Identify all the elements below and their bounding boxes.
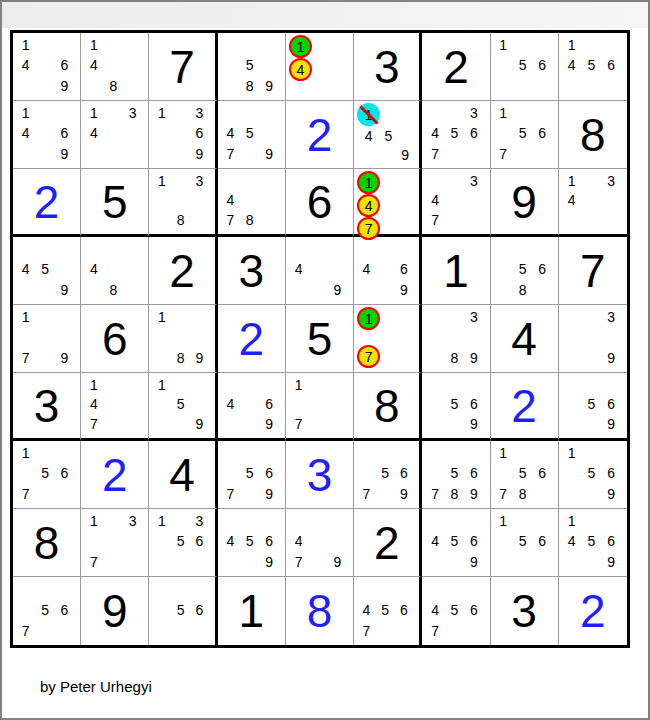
candidate-slot-1: 1 (357, 103, 380, 126)
candidate-slot-7: 7 (221, 144, 240, 164)
candidate-3: 3 (195, 514, 203, 528)
candidate-slot-5: 5 (376, 600, 395, 621)
candidate-slot-3 (259, 35, 278, 55)
cell-r5c6[interactable]: 17 (354, 305, 422, 373)
candidate-slot-2 (445, 579, 464, 600)
cell-r1c8[interactable]: 156 (491, 33, 559, 101)
candidate-slot-9: 9 (259, 552, 278, 572)
cell-r1c9[interactable]: 1456 (559, 33, 627, 101)
cell-r5c8[interactable]: 4 (491, 305, 559, 373)
candidate-slot-3 (395, 443, 414, 463)
candidate-grid: 4567 (425, 579, 483, 641)
candidate-grid: 4567 (357, 579, 413, 641)
candidate-slot-5: 5 (445, 395, 464, 415)
candidate-1: 1 (158, 378, 166, 392)
cell-r6c5[interactable]: 17 (286, 373, 354, 441)
candidate-8: 8 (451, 351, 459, 365)
candidate-slot-6 (464, 191, 483, 211)
cell-r7c1[interactable]: 1567 (13, 441, 81, 509)
candidate-slot-9 (55, 484, 74, 504)
candidate-5: 5 (246, 466, 254, 480)
candidate-slot-8 (35, 620, 54, 641)
candidate-slot-6 (190, 327, 209, 347)
candidate-slot-1: 1 (562, 171, 582, 191)
given-digit: 7 (169, 44, 195, 90)
cell-r1c6[interactable]: 3 (354, 33, 422, 101)
cell-r5c7[interactable]: 389 (422, 305, 490, 373)
candidate-3: 3 (470, 310, 478, 324)
candidate-5: 5 (451, 534, 459, 548)
cell-r8c3[interactable]: 1356 (149, 509, 217, 577)
candidate-slot-1 (425, 579, 444, 600)
cell-r4c8[interactable]: 568 (491, 237, 559, 305)
candidate-slot-3: 3 (601, 307, 621, 327)
candidate-slot-8 (308, 552, 327, 572)
cell-r7c4[interactable]: 5679 (218, 441, 286, 509)
candidate-grid: 4569 (221, 511, 279, 572)
cell-r9c7[interactable]: 4567 (422, 577, 490, 645)
candidate-slot-4: 4 (357, 194, 380, 217)
candidate-slot-9: 9 (190, 144, 209, 164)
cell-r5c1[interactable]: 179 (13, 305, 81, 373)
cell-r7c9[interactable]: 1569 (559, 441, 627, 509)
candidate-slot-7 (152, 414, 171, 434)
solved-digit: 2 (34, 179, 60, 225)
candidate-slot-4 (562, 327, 582, 347)
cell-r4c3[interactable]: 2 (149, 237, 217, 305)
candidate-grid: 4579 (221, 103, 279, 164)
candidate-1: 1 (568, 174, 576, 188)
candidate-slot-9 (532, 144, 551, 164)
candidate-9: 9 (334, 283, 342, 297)
candidate-5: 5 (519, 466, 527, 480)
candidate-slot-8 (445, 552, 464, 572)
candidate-slot-2 (35, 307, 54, 327)
candidate-slot-4: 4 (357, 259, 376, 279)
candidate-slot-1: 1 (84, 375, 103, 395)
candidate-slot-7: 7 (357, 217, 380, 240)
candidate-9: 9 (195, 417, 203, 431)
candidate-7: 7 (499, 487, 507, 501)
candidate-8: 8 (519, 487, 527, 501)
candidate-slot-6: 6 (532, 123, 551, 143)
cell-r6c9[interactable]: 569 (559, 373, 627, 441)
candidate-slot-9 (259, 210, 278, 230)
candidate-slot-9: 9 (464, 414, 483, 434)
cell-r3c4[interactable]: 478 (218, 169, 286, 237)
candidate-7: 7 (431, 213, 439, 227)
cell-r3c8[interactable]: 9 (491, 169, 559, 237)
cell-r7c2[interactable]: 2 (81, 441, 149, 509)
candidate-slot-1: 1 (562, 511, 582, 531)
candidate-slot-1: 1 (562, 443, 582, 463)
candidate-slot-9 (55, 620, 74, 641)
cell-r8c1[interactable]: 8 (13, 509, 81, 577)
candidate-slot-2 (171, 103, 190, 123)
candidate-grid: 17 (289, 375, 347, 434)
candidate-3: 3 (607, 310, 615, 324)
candidate-grid: 567 (16, 579, 74, 641)
candidate-slot-1: 1 (562, 35, 582, 55)
cell-r3c6[interactable]: 147 (354, 169, 422, 237)
candidate-slot-5 (445, 327, 464, 347)
candidate-9: 9 (265, 417, 273, 431)
candidate-7-yellow-circle: 7 (357, 217, 380, 240)
candidate-slot-5: 5 (513, 55, 532, 75)
candidate-slot-8 (104, 552, 123, 572)
candidate-grid: 347 (425, 171, 483, 230)
cell-r7c8[interactable]: 15678 (491, 441, 559, 509)
candidate-slot-8 (582, 210, 602, 230)
candidate-slot-1: 1 (152, 511, 171, 531)
candidate-slot-1 (425, 103, 444, 123)
candidate-grid: 137 (84, 511, 142, 572)
candidate-9: 9 (607, 351, 615, 365)
candidate-slot-4 (152, 123, 171, 143)
cell-r4c1[interactable]: 459 (13, 237, 81, 305)
candidate-slot-8 (445, 144, 464, 164)
candidate-slot-3 (532, 103, 551, 123)
candidate-slot-5: 5 (445, 600, 464, 621)
candidate-slot-1 (221, 35, 240, 55)
cell-r1c5[interactable]: 14 (286, 33, 354, 101)
candidate-6: 6 (470, 603, 478, 617)
candidate-slot-2 (582, 171, 602, 191)
candidate-slot-3 (328, 511, 347, 531)
candidate-grid: 14569 (562, 511, 621, 572)
candidate-slot-1 (357, 579, 376, 600)
candidate-slot-6 (601, 327, 621, 347)
cell-r4c4[interactable]: 3 (218, 237, 286, 305)
candidate-slot-6 (123, 259, 142, 279)
candidate-slot-3 (328, 375, 347, 395)
cell-r1c3[interactable]: 7 (149, 33, 217, 101)
candidate-slot-5 (104, 531, 123, 551)
cell-r6c3[interactable]: 159 (149, 373, 217, 441)
cell-r1c7[interactable]: 2 (422, 33, 490, 101)
cell-r9c1[interactable]: 567 (13, 577, 81, 645)
cell-r5c5[interactable]: 5 (286, 305, 354, 373)
candidate-slot-2 (582, 375, 602, 395)
candidate-slot-1 (425, 375, 444, 395)
cell-r6c7[interactable]: 569 (422, 373, 490, 441)
candidate-slot-8 (513, 76, 532, 96)
candidate-slot-5 (35, 327, 54, 347)
cell-r3c3[interactable]: 138 (149, 169, 217, 237)
candidate-4-yellow-circle: 4 (289, 58, 312, 81)
candidate-slot-1 (425, 307, 444, 327)
cell-r8c6[interactable]: 2 (354, 509, 422, 577)
candidate-slot-6 (328, 259, 347, 279)
candidate-slot-6 (328, 395, 347, 415)
candidate-5: 5 (451, 397, 459, 411)
candidate-slot-1 (16, 239, 35, 259)
candidate-slot-6 (601, 191, 621, 211)
candidate-7: 7 (90, 417, 98, 431)
candidate-slot-7 (152, 144, 171, 164)
cell-r3c2[interactable]: 5 (81, 169, 149, 237)
candidate-grid: 15678 (494, 443, 552, 504)
candidate-slot-3: 3 (190, 511, 209, 531)
candidate-slot-6 (190, 395, 209, 415)
candidate-slot-4: 4 (562, 191, 582, 211)
candidate-4: 4 (363, 603, 371, 617)
cell-r8c5[interactable]: 479 (286, 509, 354, 577)
candidate-slot-7: 7 (16, 348, 35, 368)
candidate-4: 4 (226, 397, 234, 411)
cell-r7c7[interactable]: 56789 (422, 441, 490, 509)
cell-r1c1[interactable]: 1469 (13, 33, 81, 101)
cell-r3c5[interactable]: 6 (286, 169, 354, 237)
candidate-9: 9 (61, 283, 69, 297)
candidate-7: 7 (431, 147, 439, 161)
candidate-grid: 56789 (425, 443, 483, 504)
cell-r8c4[interactable]: 4569 (218, 509, 286, 577)
cell-r5c4[interactable]: 2 (218, 305, 286, 373)
candidate-slot-7 (289, 280, 308, 300)
candidate-slot-9 (328, 414, 347, 434)
candidate-slot-9: 9 (464, 552, 483, 572)
candidate-slot-9 (123, 280, 142, 300)
candidate-grid: 469 (357, 239, 413, 300)
cell-r2c8[interactable]: 1567 (491, 101, 559, 169)
candidate-slot-1 (289, 239, 308, 259)
cell-r4c9[interactable]: 7 (559, 237, 627, 305)
cell-r9c5[interactable]: 8 (286, 577, 354, 645)
candidate-grid: 459 (16, 239, 74, 300)
cell-r1c2[interactable]: 148 (81, 33, 149, 101)
cell-r2c7[interactable]: 34567 (422, 101, 490, 169)
solved-digit: 2 (511, 383, 537, 429)
cell-r2c3[interactable]: 1369 (149, 101, 217, 169)
cell-r8c8[interactable]: 156 (491, 509, 559, 577)
candidate-slot-9 (123, 414, 142, 434)
cell-r9c8[interactable]: 3 (491, 577, 559, 645)
cell-r9c4[interactable]: 1 (218, 577, 286, 645)
candidate-slot-4: 4 (16, 123, 35, 143)
candidate-slot-2 (308, 375, 327, 395)
candidate-8: 8 (109, 79, 117, 93)
cell-r2c9[interactable]: 8 (559, 101, 627, 169)
candidate-slot-9 (190, 620, 209, 641)
candidate-slot-6: 6 (532, 55, 551, 75)
candidate-slot-1 (221, 375, 240, 395)
candidate-slot-5: 5 (513, 259, 532, 279)
cell-r4c7[interactable]: 1 (422, 237, 490, 305)
cell-r5c3[interactable]: 189 (149, 305, 217, 373)
candidate-slot-4 (494, 123, 513, 143)
candidate-6: 6 (607, 397, 615, 411)
cell-r9c2[interactable]: 9 (81, 577, 149, 645)
candidate-3: 3 (470, 106, 478, 120)
candidate-4: 4 (90, 397, 98, 411)
given-digit: 2 (169, 248, 195, 294)
candidate-slot-3 (397, 171, 414, 194)
candidate-slot-6: 6 (55, 55, 74, 75)
candidate-4-yellow-circle: 4 (357, 194, 380, 217)
given-digit: 8 (374, 383, 400, 429)
candidate-grid: 1459 (357, 103, 413, 164)
candidate-1: 1 (22, 446, 30, 460)
cell-r7c5[interactable]: 3 (286, 441, 354, 509)
candidate-slot-7 (357, 145, 380, 164)
candidate-slot-6: 6 (55, 123, 74, 143)
cell-r8c9[interactable]: 14569 (559, 509, 627, 577)
candidate-slot-1: 1 (152, 375, 171, 395)
candidate-6: 6 (61, 603, 69, 617)
candidate-slot-2 (104, 103, 123, 123)
candidate-6: 6 (470, 466, 478, 480)
candidate-slot-9 (395, 620, 414, 641)
candidate-9: 9 (265, 487, 273, 501)
candidate-slot-1: 1 (152, 171, 171, 191)
candidate-slot-7: 7 (425, 144, 444, 164)
cell-r5c2[interactable]: 6 (81, 305, 149, 373)
candidate-5: 5 (41, 262, 49, 276)
candidate-slot-1: 1 (289, 35, 312, 58)
candidate-7: 7 (226, 147, 234, 161)
candidate-slot-6: 6 (395, 259, 414, 279)
candidate-slot-5: 5 (380, 126, 397, 145)
cell-r4c2[interactable]: 48 (81, 237, 149, 305)
candidate-slot-9 (464, 144, 483, 164)
candidate-slot-4 (425, 463, 444, 483)
candidate-slot-8: 8 (104, 280, 123, 300)
candidate-3: 3 (129, 514, 137, 528)
candidate-slot-6: 6 (601, 395, 621, 415)
candidate-slot-9 (601, 76, 621, 96)
candidate-slot-2 (445, 511, 464, 531)
cell-r9c6[interactable]: 4567 (354, 577, 422, 645)
given-digit: 7 (580, 248, 606, 294)
candidate-grid: 569 (562, 375, 621, 434)
candidate-slot-3 (328, 239, 347, 259)
candidate-slot-2 (513, 443, 532, 463)
candidate-slot-1 (16, 579, 35, 600)
candidate-slot-4: 4 (425, 531, 444, 551)
cell-r6c8[interactable]: 2 (491, 373, 559, 441)
cell-r2c5[interactable]: 2 (286, 101, 354, 169)
candidate-slot-6 (190, 191, 209, 211)
candidate-slot-9: 9 (397, 145, 414, 164)
candidate-slot-7: 7 (494, 144, 513, 164)
cell-r7c6[interactable]: 5679 (354, 441, 422, 509)
candidate-slot-2 (35, 239, 54, 259)
cell-r6c1[interactable]: 3 (13, 373, 81, 441)
candidate-slot-3 (123, 239, 142, 259)
candidate-grid: 179 (16, 307, 74, 368)
candidate-slot-8 (582, 552, 602, 572)
candidate-4: 4 (568, 193, 576, 207)
candidate-slot-4: 4 (357, 126, 380, 145)
candidate-8: 8 (109, 283, 117, 297)
candidate-grid: 189 (152, 307, 208, 368)
candidate-slot-5 (380, 330, 397, 345)
given-digit: 1 (443, 248, 469, 294)
candidate-slot-3: 3 (190, 171, 209, 191)
candidate-slot-6 (397, 126, 414, 145)
cell-r7c3[interactable]: 4 (149, 441, 217, 509)
candidate-6: 6 (538, 466, 546, 480)
cell-r8c2[interactable]: 137 (81, 509, 149, 577)
cell-r9c9[interactable]: 2 (559, 577, 627, 645)
candidate-5: 5 (177, 603, 185, 617)
candidate-7: 7 (499, 147, 507, 161)
candidate-slot-2 (513, 103, 532, 123)
cell-r4c6[interactable]: 469 (354, 237, 422, 305)
candidate-slot-3 (464, 511, 483, 531)
cell-r2c6[interactable]: 1459 (354, 101, 422, 169)
candidate-4: 4 (22, 58, 30, 72)
candidate-slot-6: 6 (259, 463, 278, 483)
cell-r2c1[interactable]: 1469 (13, 101, 81, 169)
candidate-slot-5: 5 (513, 463, 532, 483)
candidate-slot-3: 3 (123, 103, 142, 123)
cell-r3c7[interactable]: 347 (422, 169, 490, 237)
candidate-slot-9: 9 (601, 552, 621, 572)
candidate-slot-2 (582, 511, 602, 531)
cell-r3c1[interactable]: 2 (13, 169, 81, 237)
cell-r4c5[interactable]: 49 (286, 237, 354, 305)
candidate-6: 6 (538, 262, 546, 276)
candidate-slot-3 (55, 443, 74, 463)
candidate-4: 4 (22, 262, 30, 276)
candidate-grid: 1569 (562, 443, 621, 504)
candidate-slot-2 (240, 511, 259, 531)
candidate-slot-8 (171, 414, 190, 434)
candidate-grid: 159 (152, 375, 208, 434)
candidate-slot-1 (289, 511, 308, 531)
candidate-slot-5: 5 (513, 123, 532, 143)
candidate-slot-2 (380, 171, 397, 194)
candidate-7: 7 (22, 624, 30, 638)
sudoku-board: 1469148758914321561456146913413694579214… (10, 30, 630, 648)
cell-r6c4[interactable]: 469 (218, 373, 286, 441)
cell-r9c3[interactable]: 56 (149, 577, 217, 645)
candidate-1: 1 (568, 446, 576, 460)
candidate-slot-3: 3 (123, 511, 142, 531)
candidate-slot-7 (84, 76, 103, 96)
cell-r5c9[interactable]: 39 (559, 305, 627, 373)
candidate-slot-2 (582, 307, 602, 327)
candidate-slot-8: 8 (171, 210, 190, 230)
cell-r6c2[interactable]: 147 (81, 373, 149, 441)
candidate-slot-4: 4 (84, 259, 103, 279)
candidate-slot-1: 1 (494, 443, 513, 463)
candidate-slot-6 (55, 259, 74, 279)
cell-r8c7[interactable]: 4569 (422, 509, 490, 577)
candidate-slot-4: 4 (221, 123, 240, 143)
candidate-8: 8 (451, 487, 459, 501)
given-digit: 4 (169, 452, 195, 498)
candidate-slot-6: 6 (464, 531, 483, 551)
candidate-slot-9 (601, 210, 621, 230)
candidate-slot-8 (240, 484, 259, 504)
candidate-grid: 1567 (494, 103, 552, 164)
cell-r6c6[interactable]: 8 (354, 373, 422, 441)
candidate-slot-1 (221, 443, 240, 463)
candidate-slot-6: 6 (532, 463, 551, 483)
candidate-7: 7 (363, 624, 371, 638)
cell-r2c2[interactable]: 134 (81, 101, 149, 169)
candidate-slot-3: 3 (601, 171, 621, 191)
cell-r2c4[interactable]: 4579 (218, 101, 286, 169)
candidate-slot-9 (532, 280, 551, 300)
candidate-slot-3 (55, 307, 74, 327)
cell-r3c9[interactable]: 134 (559, 169, 627, 237)
cell-r1c4[interactable]: 589 (218, 33, 286, 101)
candidate-slot-3 (601, 511, 621, 531)
